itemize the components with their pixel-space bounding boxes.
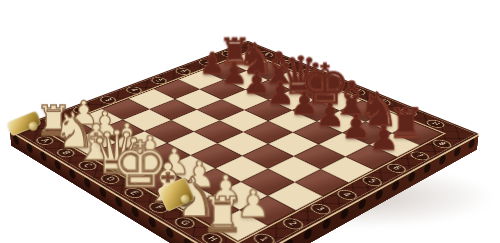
coord-medallion: 1 <box>249 231 278 243</box>
scene: ABCDEFGH8♜♞♝♛♚♝♞♜87♟♟♟♟♟♟♟♟7665544332♟♟♟… <box>0 0 500 243</box>
coord-medallion: 7 <box>407 149 432 161</box>
coord-medallion: 4 <box>333 187 360 201</box>
piece-black-pawn[interactable]: ♟ <box>315 98 344 129</box>
coord-medallion: 6 <box>383 161 409 174</box>
piece-black-pawn[interactable]: ♟ <box>368 121 399 154</box>
board-grid: ABCDEFGH8♜♞♝♛♚♝♞♜87♟♟♟♟♟♟♟♟7665544332♟♟♟… <box>9 40 478 243</box>
piece-white-rook[interactable]: ♜ <box>200 192 244 238</box>
coord-medallion: H <box>424 118 448 129</box>
coord-medallion: 5 <box>359 174 385 187</box>
coord-medallion: 3 <box>307 201 334 215</box>
chess-board: ABCDEFGH8♜♞♝♛♚♝♞♜87♟♟♟♟♟♟♟♟7665544332♟♟♟… <box>9 40 478 243</box>
coord-medallion: 8 <box>429 137 454 149</box>
coord-medallion: 3 <box>97 94 119 104</box>
chess-set-photo: ABCDEFGH8♜♞♝♛♚♝♞♜87♟♟♟♟♟♟♟♟7665544332♟♟♟… <box>0 0 500 243</box>
coord-medallion: 2 <box>279 216 307 231</box>
piece-black-pawn[interactable]: ♟ <box>341 109 371 141</box>
